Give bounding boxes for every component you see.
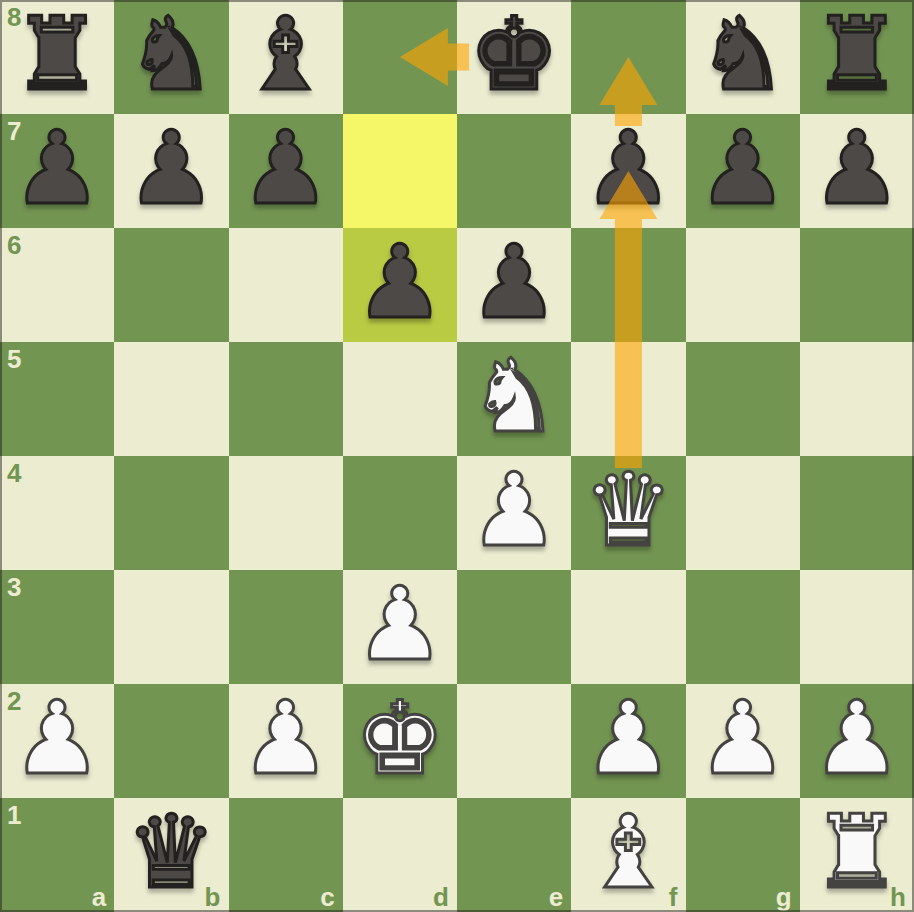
- square-h5[interactable]: [800, 342, 914, 456]
- square-g7[interactable]: ♟: [686, 114, 800, 228]
- piece-white-queen[interactable]: ♛: [583, 460, 674, 561]
- chess-board: 8♜♞♝♚♞♜7♟♟♟♟♟♟6♟♟5♞4♟♛3♟2♟♟♚♟♟♟1ab♛cdef♝…: [0, 0, 914, 912]
- square-a1[interactable]: 1a: [0, 798, 114, 912]
- square-a8[interactable]: 8♜: [0, 0, 114, 114]
- square-d7[interactable]: [343, 114, 457, 228]
- piece-white-bishop[interactable]: ♝: [583, 802, 674, 903]
- square-e4[interactable]: ♟: [457, 456, 571, 570]
- square-a3[interactable]: 3: [0, 570, 114, 684]
- square-c8[interactable]: ♝: [229, 0, 343, 114]
- square-h1[interactable]: h♜: [800, 798, 914, 912]
- piece-black-rook[interactable]: ♜: [812, 4, 903, 105]
- file-label-d: d: [433, 884, 449, 910]
- piece-black-pawn[interactable]: ♟: [697, 118, 788, 219]
- square-f8[interactable]: [571, 0, 685, 114]
- rank-label-6: 6: [7, 232, 21, 258]
- square-e7[interactable]: [457, 114, 571, 228]
- rank-label-1: 1: [7, 802, 21, 828]
- square-f1[interactable]: f♝: [571, 798, 685, 912]
- piece-white-pawn[interactable]: ♟: [469, 460, 560, 561]
- rank-label-3: 3: [7, 574, 21, 600]
- square-c2[interactable]: ♟: [229, 684, 343, 798]
- file-label-a: a: [92, 884, 106, 910]
- piece-white-pawn[interactable]: ♟: [12, 688, 103, 789]
- square-a7[interactable]: 7♟: [0, 114, 114, 228]
- square-e2[interactable]: [457, 684, 571, 798]
- square-h2[interactable]: ♟: [800, 684, 914, 798]
- square-a6[interactable]: 6: [0, 228, 114, 342]
- file-label-g: g: [776, 884, 792, 910]
- piece-black-pawn[interactable]: ♟: [126, 118, 217, 219]
- square-h7[interactable]: ♟: [800, 114, 914, 228]
- piece-black-pawn[interactable]: ♟: [583, 118, 674, 219]
- piece-black-queen[interactable]: ♛: [126, 802, 217, 903]
- rank-label-4: 4: [7, 460, 21, 486]
- square-b1[interactable]: b♛: [114, 798, 228, 912]
- square-h8[interactable]: ♜: [800, 0, 914, 114]
- square-e3[interactable]: [457, 570, 571, 684]
- square-e5[interactable]: ♞: [457, 342, 571, 456]
- square-c5[interactable]: [229, 342, 343, 456]
- piece-white-pawn[interactable]: ♟: [240, 688, 331, 789]
- piece-white-pawn[interactable]: ♟: [697, 688, 788, 789]
- square-d2[interactable]: ♚: [343, 684, 457, 798]
- piece-black-king[interactable]: ♚: [469, 4, 560, 105]
- piece-black-pawn[interactable]: ♟: [469, 232, 560, 333]
- square-g1[interactable]: g: [686, 798, 800, 912]
- square-e8[interactable]: ♚: [457, 0, 571, 114]
- square-g8[interactable]: ♞: [686, 0, 800, 114]
- square-g3[interactable]: [686, 570, 800, 684]
- rank-label-5: 5: [7, 346, 21, 372]
- square-b2[interactable]: [114, 684, 228, 798]
- square-g5[interactable]: [686, 342, 800, 456]
- square-b7[interactable]: ♟: [114, 114, 228, 228]
- file-label-c: c: [320, 884, 334, 910]
- piece-white-pawn[interactable]: ♟: [583, 688, 674, 789]
- square-h3[interactable]: [800, 570, 914, 684]
- square-d6[interactable]: ♟: [343, 228, 457, 342]
- piece-black-pawn[interactable]: ♟: [812, 118, 903, 219]
- square-c7[interactable]: ♟: [229, 114, 343, 228]
- square-g2[interactable]: ♟: [686, 684, 800, 798]
- square-f7[interactable]: ♟: [571, 114, 685, 228]
- square-d1[interactable]: d: [343, 798, 457, 912]
- square-f2[interactable]: ♟: [571, 684, 685, 798]
- square-b4[interactable]: [114, 456, 228, 570]
- square-f6[interactable]: [571, 228, 685, 342]
- square-d5[interactable]: [343, 342, 457, 456]
- piece-white-king[interactable]: ♚: [355, 688, 446, 789]
- piece-black-pawn[interactable]: ♟: [240, 118, 331, 219]
- square-a4[interactable]: 4: [0, 456, 114, 570]
- piece-black-knight[interactable]: ♞: [126, 4, 217, 105]
- square-g4[interactable]: [686, 456, 800, 570]
- piece-white-rook[interactable]: ♜: [812, 802, 903, 903]
- piece-black-knight[interactable]: ♞: [697, 4, 788, 105]
- square-h6[interactable]: [800, 228, 914, 342]
- square-d8[interactable]: [343, 0, 457, 114]
- square-c3[interactable]: [229, 570, 343, 684]
- square-e6[interactable]: ♟: [457, 228, 571, 342]
- square-c1[interactable]: c: [229, 798, 343, 912]
- piece-black-pawn[interactable]: ♟: [355, 232, 446, 333]
- square-d3[interactable]: ♟: [343, 570, 457, 684]
- piece-white-pawn[interactable]: ♟: [812, 688, 903, 789]
- square-f3[interactable]: [571, 570, 685, 684]
- square-f5[interactable]: [571, 342, 685, 456]
- piece-black-rook[interactable]: ♜: [12, 4, 103, 105]
- file-label-e: e: [549, 884, 563, 910]
- square-b3[interactable]: [114, 570, 228, 684]
- piece-white-pawn[interactable]: ♟: [355, 574, 446, 675]
- piece-black-bishop[interactable]: ♝: [240, 4, 331, 105]
- square-b8[interactable]: ♞: [114, 0, 228, 114]
- square-h4[interactable]: [800, 456, 914, 570]
- square-e1[interactable]: e: [457, 798, 571, 912]
- square-f4[interactable]: ♛: [571, 456, 685, 570]
- piece-white-knight[interactable]: ♞: [469, 346, 560, 447]
- square-b6[interactable]: [114, 228, 228, 342]
- square-g6[interactable]: [686, 228, 800, 342]
- square-d4[interactable]: [343, 456, 457, 570]
- piece-black-pawn[interactable]: ♟: [12, 118, 103, 219]
- square-c6[interactable]: [229, 228, 343, 342]
- square-b5[interactable]: [114, 342, 228, 456]
- square-c4[interactable]: [229, 456, 343, 570]
- square-a2[interactable]: 2♟: [0, 684, 114, 798]
- square-a5[interactable]: 5: [0, 342, 114, 456]
